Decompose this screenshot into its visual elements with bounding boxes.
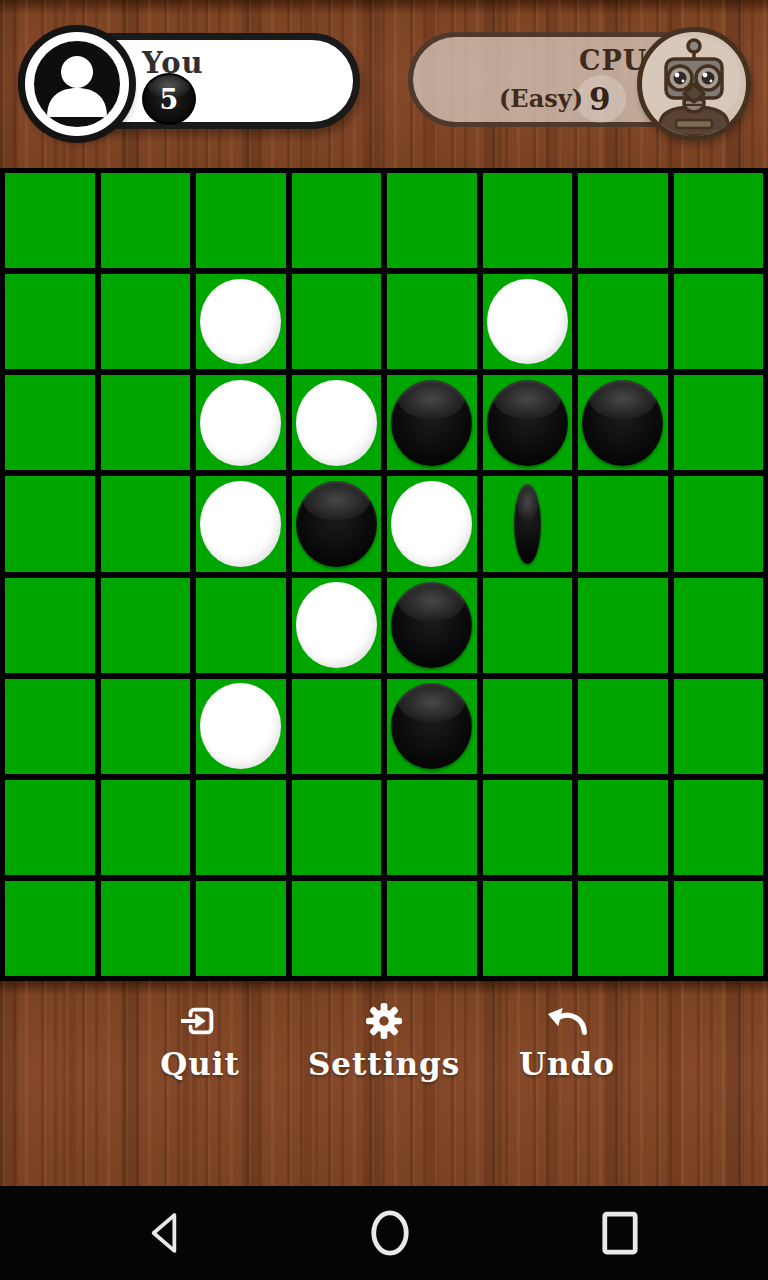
cell-b2[interactable]	[101, 274, 191, 369]
white-disc	[200, 380, 281, 466]
black-disc	[391, 582, 472, 668]
black-disc	[391, 683, 472, 769]
robot-icon	[642, 32, 746, 136]
cell-a6[interactable]	[5, 679, 95, 774]
cell-b4[interactable]	[101, 476, 191, 571]
cell-c1[interactable]	[196, 173, 286, 268]
cell-c7[interactable]	[196, 780, 286, 875]
recents-square-icon	[601, 1210, 639, 1256]
cell-e7[interactable]	[387, 780, 477, 875]
cell-c6[interactable]	[196, 679, 286, 774]
quit-label: Quit	[160, 1046, 240, 1082]
cell-b5[interactable]	[101, 578, 191, 673]
settings-button[interactable]: Settings	[299, 1001, 469, 1082]
cell-g5[interactable]	[578, 578, 668, 673]
undo-button[interactable]: Undo	[482, 1001, 652, 1082]
cell-a3[interactable]	[5, 375, 95, 470]
player-avatar	[25, 32, 129, 136]
cell-a5[interactable]	[5, 578, 95, 673]
black-disc	[296, 481, 377, 567]
cell-a1[interactable]	[5, 173, 95, 268]
cell-f5[interactable]	[483, 578, 573, 673]
top-bar: You 5 CPU (Easy) 9	[0, 0, 768, 168]
cell-h8[interactable]	[674, 881, 764, 976]
cell-b8[interactable]	[101, 881, 191, 976]
cell-f8[interactable]	[483, 881, 573, 976]
cell-g1[interactable]	[578, 173, 668, 268]
cell-a8[interactable]	[5, 881, 95, 976]
cell-d3[interactable]	[292, 375, 382, 470]
cell-h1[interactable]	[674, 173, 764, 268]
player-score: 5	[160, 86, 179, 113]
cpu-name: CPU	[579, 45, 647, 76]
cpu-avatar	[637, 27, 751, 141]
cpu-panel: CPU (Easy) 9	[408, 32, 746, 127]
cpu-score: 9	[589, 81, 611, 117]
person-icon	[34, 41, 120, 127]
cell-a2[interactable]	[5, 274, 95, 369]
cell-e4[interactable]	[387, 476, 477, 571]
cell-f7[interactable]	[483, 780, 573, 875]
home-circle-icon	[369, 1209, 411, 1257]
cell-e6[interactable]	[387, 679, 477, 774]
cell-f1[interactable]	[483, 173, 573, 268]
cell-c5[interactable]	[196, 578, 286, 673]
cell-c4[interactable]	[196, 476, 286, 571]
cell-g6[interactable]	[578, 679, 668, 774]
cell-a7[interactable]	[5, 780, 95, 875]
quit-button[interactable]: Quit	[115, 1001, 285, 1082]
cell-b6[interactable]	[101, 679, 191, 774]
cell-d7[interactable]	[292, 780, 382, 875]
cell-f4[interactable]	[483, 476, 573, 571]
cell-h3[interactable]	[674, 375, 764, 470]
cell-g7[interactable]	[578, 780, 668, 875]
cell-h7[interactable]	[674, 780, 764, 875]
cell-b3[interactable]	[101, 375, 191, 470]
undo-label: Undo	[519, 1046, 615, 1082]
cell-d4[interactable]	[292, 476, 382, 571]
quit-exit-icon	[180, 1001, 220, 1041]
cell-h4[interactable]	[674, 476, 764, 571]
cell-f3[interactable]	[483, 375, 573, 470]
white-disc	[200, 683, 281, 769]
settings-label: Settings	[308, 1046, 460, 1082]
cell-h5[interactable]	[674, 578, 764, 673]
bottom-bar: Quit	[0, 981, 768, 1186]
cell-e8[interactable]	[387, 881, 477, 976]
home-button[interactable]	[367, 1210, 413, 1256]
cell-d1[interactable]	[292, 173, 382, 268]
cell-f2[interactable]	[483, 274, 573, 369]
cell-d6[interactable]	[292, 679, 382, 774]
gear-icon	[364, 1001, 404, 1041]
white-disc	[296, 582, 377, 668]
white-disc	[200, 481, 281, 567]
black-disc	[391, 380, 472, 466]
cell-e1[interactable]	[387, 173, 477, 268]
cell-c3[interactable]	[196, 375, 286, 470]
cell-g8[interactable]	[578, 881, 668, 976]
white-disc	[487, 279, 568, 365]
cell-b1[interactable]	[101, 173, 191, 268]
android-navbar	[0, 1186, 768, 1280]
cell-c2[interactable]	[196, 274, 286, 369]
white-disc	[296, 380, 377, 466]
white-disc	[200, 279, 281, 365]
white-disc	[391, 481, 472, 567]
black-disc	[582, 380, 663, 466]
cell-e3[interactable]	[387, 375, 477, 470]
player-score-disc: 5	[142, 73, 196, 125]
undo-arrow-icon	[547, 1001, 587, 1041]
cell-g2[interactable]	[578, 274, 668, 369]
cell-h6[interactable]	[674, 679, 764, 774]
cell-d2[interactable]	[292, 274, 382, 369]
cpu-difficulty: (Easy)	[499, 84, 583, 113]
flipping-disc	[514, 484, 541, 564]
back-triangle-icon	[148, 1210, 180, 1256]
cell-e5[interactable]	[387, 578, 477, 673]
recents-button[interactable]	[597, 1210, 643, 1256]
cell-a4[interactable]	[5, 476, 95, 571]
game-screen: You 5 CPU (Easy) 9	[0, 0, 768, 1280]
cell-h2[interactable]	[674, 274, 764, 369]
cell-f6[interactable]	[483, 679, 573, 774]
cell-e2[interactable]	[387, 274, 477, 369]
cell-b7[interactable]	[101, 780, 191, 875]
black-disc	[487, 380, 568, 466]
cell-d8[interactable]	[292, 881, 382, 976]
cell-g3[interactable]	[578, 375, 668, 470]
back-button[interactable]	[141, 1210, 187, 1256]
board	[0, 168, 768, 981]
cell-c8[interactable]	[196, 881, 286, 976]
cell-d5[interactable]	[292, 578, 382, 673]
cell-g4[interactable]	[578, 476, 668, 571]
